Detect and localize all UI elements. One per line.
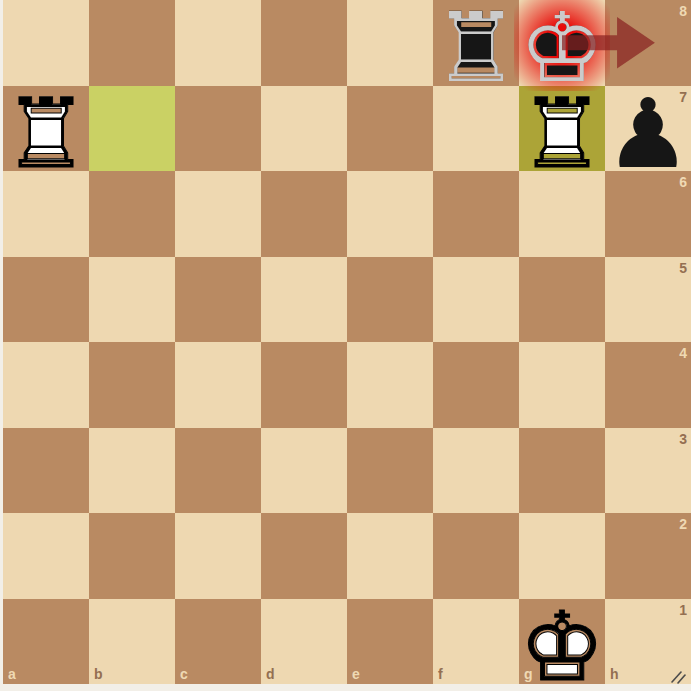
square-g4[interactable]	[519, 342, 605, 428]
piece-outline-glyph: ♖	[3, 86, 89, 182]
square-d4[interactable]	[261, 342, 347, 428]
square-f1[interactable]: f	[433, 599, 519, 685]
square-f5[interactable]	[433, 257, 519, 343]
square-h5[interactable]: 5	[605, 257, 691, 343]
piece-white-rook[interactable]: ♜♖	[519, 86, 605, 172]
square-e3[interactable]	[347, 428, 433, 514]
piece-white-rook[interactable]: ♜♖	[3, 86, 89, 172]
square-b5[interactable]	[89, 257, 175, 343]
piece-outline-glyph: ♔	[519, 599, 605, 691]
chess-board-canvas: ♜♖♚♔8♜♖♜♖♟765432abcdef♚♔g1h	[0, 0, 691, 691]
square-b7[interactable]	[89, 86, 175, 172]
piece-glyph: ♟	[605, 86, 691, 182]
square-b4[interactable]	[89, 342, 175, 428]
coord-rank-4: 4	[679, 345, 687, 361]
piece-black-rook[interactable]: ♜♖	[433, 0, 519, 86]
square-e2[interactable]	[347, 513, 433, 599]
coord-rank-5: 5	[679, 260, 687, 276]
square-f6[interactable]	[433, 171, 519, 257]
square-a3[interactable]	[3, 428, 89, 514]
square-f3[interactable]	[433, 428, 519, 514]
square-f8[interactable]: ♜♖	[433, 0, 519, 86]
square-h2[interactable]: 2	[605, 513, 691, 599]
square-c3[interactable]	[175, 428, 261, 514]
square-c8[interactable]	[175, 0, 261, 86]
square-g2[interactable]	[519, 513, 605, 599]
square-c7[interactable]	[175, 86, 261, 172]
square-c5[interactable]	[175, 257, 261, 343]
square-e1[interactable]: e	[347, 599, 433, 685]
square-g7[interactable]: ♜♖	[519, 86, 605, 172]
square-b6[interactable]	[89, 171, 175, 257]
board: ♜♖♚♔8♜♖♜♖♟765432abcdef♚♔g1h	[3, 0, 691, 684]
coord-rank-3: 3	[679, 431, 687, 447]
square-d2[interactable]	[261, 513, 347, 599]
piece-white-king[interactable]: ♚♔	[519, 599, 605, 685]
piece-outline-glyph: ♖	[519, 86, 605, 182]
resize-handle[interactable]	[669, 669, 687, 685]
square-c4[interactable]	[175, 342, 261, 428]
square-a4[interactable]	[3, 342, 89, 428]
coord-file-b: b	[94, 666, 103, 682]
square-e6[interactable]	[347, 171, 433, 257]
square-d8[interactable]	[261, 0, 347, 86]
square-a5[interactable]	[3, 257, 89, 343]
square-g5[interactable]	[519, 257, 605, 343]
square-d5[interactable]	[261, 257, 347, 343]
coord-file-f: f	[438, 666, 443, 682]
coord-file-d: d	[266, 666, 275, 682]
square-h8[interactable]: 8	[605, 0, 691, 86]
square-f4[interactable]	[433, 342, 519, 428]
square-b1[interactable]: b	[89, 599, 175, 685]
square-d1[interactable]: d	[261, 599, 347, 685]
square-b8[interactable]	[89, 0, 175, 86]
square-d6[interactable]	[261, 171, 347, 257]
coord-file-e: e	[352, 666, 360, 682]
piece-black-king[interactable]: ♚♔	[519, 0, 605, 86]
square-h7[interactable]: ♟7	[605, 86, 691, 172]
square-d7[interactable]	[261, 86, 347, 172]
square-c6[interactable]	[175, 171, 261, 257]
square-a8[interactable]	[3, 0, 89, 86]
square-h3[interactable]: 3	[605, 428, 691, 514]
last-move-highlight	[89, 86, 175, 172]
square-e4[interactable]	[347, 342, 433, 428]
coord-file-h: h	[610, 666, 619, 682]
square-e5[interactable]	[347, 257, 433, 343]
square-g3[interactable]	[519, 428, 605, 514]
coord-rank-1: 1	[679, 602, 687, 618]
square-a1[interactable]: a	[3, 599, 89, 685]
resize-handle-line	[678, 675, 685, 683]
square-h4[interactable]: 4	[605, 342, 691, 428]
square-e8[interactable]	[347, 0, 433, 86]
square-b2[interactable]	[89, 513, 175, 599]
coord-file-c: c	[180, 666, 188, 682]
square-a7[interactable]: ♜♖	[3, 86, 89, 172]
square-d3[interactable]	[261, 428, 347, 514]
square-e7[interactable]	[347, 86, 433, 172]
coord-rank-2: 2	[679, 516, 687, 532]
square-c2[interactable]	[175, 513, 261, 599]
piece-black-pawn[interactable]: ♟	[605, 86, 691, 172]
square-a2[interactable]	[3, 513, 89, 599]
coord-rank-8: 8	[679, 3, 687, 19]
coord-file-a: a	[8, 666, 16, 682]
square-g8[interactable]: ♚♔	[519, 0, 605, 86]
square-c1[interactable]: c	[175, 599, 261, 685]
square-b3[interactable]	[89, 428, 175, 514]
piece-outline-glyph: ♖	[433, 0, 519, 96]
square-g1[interactable]: ♚♔g	[519, 599, 605, 685]
square-f2[interactable]	[433, 513, 519, 599]
